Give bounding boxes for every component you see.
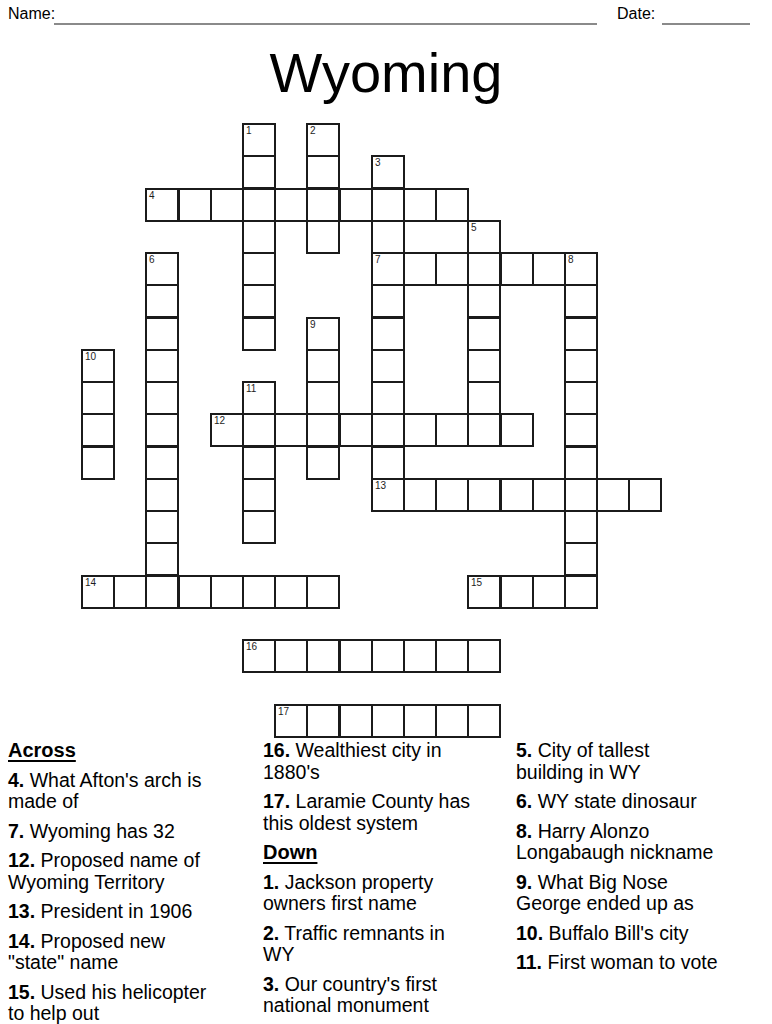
grid-cell[interactable]: 7 xyxy=(371,252,405,286)
grid-cell[interactable]: 8 xyxy=(564,252,598,286)
grid-cell[interactable] xyxy=(81,446,115,480)
clue-number: 4. xyxy=(8,769,24,791)
grid-cell[interactable] xyxy=(403,639,437,673)
grid-cell[interactable] xyxy=(145,349,179,383)
grid-cell[interactable]: 5 xyxy=(467,220,501,254)
clue-4-across: 4. What Afton's arch is made of xyxy=(8,770,246,813)
cell-number: 1 xyxy=(246,125,252,137)
grid-cell[interactable] xyxy=(564,381,598,415)
grid-cell[interactable] xyxy=(242,317,276,351)
grid-cell[interactable] xyxy=(274,413,308,447)
grid-cell[interactable] xyxy=(306,188,340,222)
clue-3-down: 3. Our country's first national monument xyxy=(263,974,505,1017)
grid-cell[interactable] xyxy=(371,381,405,415)
grid-cell[interactable] xyxy=(403,413,437,447)
clue-text: Proposed name of Wyoming Territory xyxy=(8,849,200,893)
clue-text: Jackson property owners first name xyxy=(263,871,433,915)
clue-text: Wealthiest city in 1880's xyxy=(263,739,441,783)
grid-cell[interactable] xyxy=(274,639,308,673)
clue-11-down: 11. First woman to vote xyxy=(516,952,764,974)
grid-cell[interactable]: 13 xyxy=(371,478,405,512)
grid-cell[interactable] xyxy=(306,639,340,673)
clue-2-down: 2. Traffic remnants in WY xyxy=(263,923,505,966)
grid-cell[interactable] xyxy=(242,252,276,286)
grid-cell[interactable] xyxy=(371,639,405,673)
cell-number: 12 xyxy=(214,415,225,427)
grid-cell[interactable] xyxy=(371,413,405,447)
cell-number: 4 xyxy=(149,190,155,202)
clue-text: What Afton's arch is made of xyxy=(8,769,201,813)
grid-cell[interactable] xyxy=(371,446,405,480)
grid-cell[interactable] xyxy=(81,413,115,447)
grid-cell[interactable] xyxy=(306,220,340,254)
clue-number: 15. xyxy=(8,981,35,1003)
grid-cell[interactable] xyxy=(532,478,566,512)
grid-cell[interactable]: 9 xyxy=(306,317,340,351)
clue-number: 12. xyxy=(8,849,35,871)
grid-cell[interactable] xyxy=(145,284,179,318)
grid-cell[interactable] xyxy=(564,575,598,609)
clue-text: First woman to vote xyxy=(547,951,717,973)
grid-cell[interactable] xyxy=(371,317,405,351)
grid-cell[interactable] xyxy=(500,252,534,286)
grid-cell[interactable] xyxy=(242,284,276,318)
clue-number: 6. xyxy=(516,790,532,812)
cell-number: 14 xyxy=(85,577,96,589)
grid-cell[interactable] xyxy=(532,252,566,286)
grid-cell[interactable] xyxy=(306,413,340,447)
grid-cell[interactable] xyxy=(371,220,405,254)
grid-cell[interactable] xyxy=(500,575,534,609)
grid-cell[interactable] xyxy=(339,413,373,447)
grid-cell[interactable] xyxy=(467,252,501,286)
clue-text: Laramie County has this oldest system xyxy=(263,790,470,834)
grid-cell[interactable] xyxy=(467,704,501,738)
grid-cell[interactable] xyxy=(306,575,340,609)
grid-cell[interactable] xyxy=(306,155,340,189)
grid-cell[interactable] xyxy=(339,188,373,222)
grid-cell[interactable] xyxy=(467,478,501,512)
clue-14-across: 14. Proposed new "state" name xyxy=(8,931,246,974)
grid-cell[interactable] xyxy=(306,381,340,415)
grid-cell[interactable] xyxy=(242,188,276,222)
grid-cell[interactable]: 1 xyxy=(242,123,276,157)
clue-17-across: 17. Laramie County has this oldest syste… xyxy=(263,791,505,834)
grid-cell[interactable] xyxy=(145,510,179,544)
clue-number: 9. xyxy=(516,871,532,893)
grid-cell[interactable] xyxy=(81,381,115,415)
grid-cell[interactable] xyxy=(532,575,566,609)
grid-cell[interactable] xyxy=(564,478,598,512)
grid-cell[interactable] xyxy=(435,478,469,512)
grid-cell[interactable] xyxy=(306,349,340,383)
clue-12-across: 12. Proposed name of Wyoming Territory xyxy=(8,850,246,893)
grid-cell[interactable] xyxy=(242,413,276,447)
grid-cell[interactable] xyxy=(210,575,244,609)
grid-cell[interactable] xyxy=(145,413,179,447)
clue-column-2: 16. Wealthiest city in 1880's17. Laramie… xyxy=(263,740,505,1024)
clue-text: City of tallest building in WY xyxy=(516,739,649,783)
grid-cell[interactable] xyxy=(564,413,598,447)
grid-cell[interactable] xyxy=(371,188,405,222)
clue-number: 10. xyxy=(516,922,543,944)
clue-heading-down: Down xyxy=(263,842,505,864)
grid-cell[interactable] xyxy=(467,413,501,447)
grid-cell[interactable] xyxy=(403,252,437,286)
clue-8-down: 8. Harry Alonzo Longabaugh nickname xyxy=(516,821,764,864)
clue-5-down: 5. City of tallest building in WY xyxy=(516,740,764,783)
grid-cell[interactable] xyxy=(467,639,501,673)
grid-cell[interactable] xyxy=(467,381,501,415)
grid-cell[interactable] xyxy=(435,188,469,222)
grid-cell[interactable] xyxy=(306,446,340,480)
grid-cell[interactable]: 14 xyxy=(81,575,115,609)
grid-cell[interactable]: 2 xyxy=(306,123,340,157)
grid-cell[interactable] xyxy=(178,575,212,609)
clue-heading-across: Across xyxy=(8,740,246,762)
grid-cell[interactable] xyxy=(564,284,598,318)
cell-number: 16 xyxy=(246,641,257,653)
grid-cell[interactable] xyxy=(403,704,437,738)
clue-text: Traffic remnants in WY xyxy=(263,922,445,966)
cell-number: 11 xyxy=(246,383,256,395)
clue-10-down: 10. Buffalo Bill's city xyxy=(516,923,764,945)
grid-cell[interactable] xyxy=(242,446,276,480)
clue-number: 2. xyxy=(263,922,279,944)
grid-cell[interactable] xyxy=(500,478,534,512)
crossword-grid: 1234567891011121314151617 xyxy=(0,0,772,772)
clue-number: 5. xyxy=(516,739,532,761)
clue-text: Our country's first national monument xyxy=(263,973,437,1017)
clue-number: 14. xyxy=(8,930,35,952)
cell-number: 13 xyxy=(375,480,386,492)
grid-cell[interactable] xyxy=(467,317,501,351)
clue-text: Wyoming has 32 xyxy=(30,820,175,842)
grid-cell[interactable] xyxy=(113,575,147,609)
grid-cell[interactable] xyxy=(242,220,276,254)
clue-number: 1. xyxy=(263,871,279,893)
clue-number: 16. xyxy=(263,739,290,761)
grid-cell[interactable] xyxy=(403,188,437,222)
clue-9-down: 9. What Big Nose George ended up as xyxy=(516,872,764,915)
clue-text: WY state dinosaur xyxy=(538,790,697,812)
grid-cell[interactable] xyxy=(596,478,630,512)
clue-number: 11. xyxy=(516,951,542,973)
grid-cell[interactable] xyxy=(145,381,179,415)
clue-number: 3. xyxy=(263,973,279,995)
cell-number: 7 xyxy=(375,254,381,266)
grid-cell[interactable] xyxy=(628,478,662,512)
clue-text: Harry Alonzo Longabaugh nickname xyxy=(516,820,713,864)
cell-number: 6 xyxy=(149,254,155,266)
grid-cell[interactable] xyxy=(242,155,276,189)
grid-cell[interactable] xyxy=(564,510,598,544)
grid-cell[interactable]: 6 xyxy=(145,252,179,286)
grid-cell[interactable] xyxy=(242,575,276,609)
cell-number: 15 xyxy=(471,577,482,589)
grid-cell[interactable]: 16 xyxy=(242,639,276,673)
clue-number: 17. xyxy=(263,790,290,812)
cell-number: 5 xyxy=(471,222,477,234)
grid-cell[interactable] xyxy=(306,704,340,738)
clue-7-across: 7. Wyoming has 32 xyxy=(8,821,246,843)
clue-6-down: 6. WY state dinosaur xyxy=(516,791,764,813)
grid-cell[interactable] xyxy=(339,704,373,738)
grid-cell[interactable] xyxy=(435,252,469,286)
grid-cell[interactable] xyxy=(435,413,469,447)
clue-text: President in 1906 xyxy=(41,900,193,922)
grid-cell[interactable] xyxy=(274,575,308,609)
grid-cell[interactable] xyxy=(242,510,276,544)
clue-column-3: 5. City of tallest building in WY6. WY s… xyxy=(516,740,764,982)
clue-text: What Big Nose George ended up as xyxy=(516,871,694,915)
grid-cell[interactable] xyxy=(564,317,598,351)
grid-cell[interactable] xyxy=(371,704,405,738)
clue-number: 7. xyxy=(8,820,24,842)
grid-cell[interactable]: 17 xyxy=(274,704,308,738)
grid-cell[interactable] xyxy=(145,575,179,609)
grid-cell[interactable] xyxy=(339,639,373,673)
grid-cell[interactable] xyxy=(145,542,179,576)
clue-text: Used his helicopter to help out xyxy=(8,981,206,1024)
clue-13-across: 13. President in 1906 xyxy=(8,901,246,923)
grid-cell[interactable]: 4 xyxy=(145,188,179,222)
grid-cell[interactable] xyxy=(467,284,501,318)
grid-cell[interactable] xyxy=(564,349,598,383)
grid-cell[interactable] xyxy=(500,413,534,447)
grid-cell[interactable] xyxy=(371,284,405,318)
grid-cell[interactable] xyxy=(178,188,212,222)
cell-number: 9 xyxy=(310,319,316,331)
cell-number: 8 xyxy=(568,254,574,266)
clue-1-down: 1. Jackson property owners first name xyxy=(263,872,505,915)
grid-cell[interactable] xyxy=(210,188,244,222)
clue-15-across: 15. Used his helicopter to help out xyxy=(8,982,246,1024)
grid-cell[interactable] xyxy=(274,188,308,222)
grid-cell[interactable] xyxy=(145,478,179,512)
cell-number: 3 xyxy=(375,157,381,169)
grid-cell[interactable] xyxy=(403,478,437,512)
grid-cell[interactable]: 10 xyxy=(81,349,115,383)
grid-cell[interactable]: 3 xyxy=(371,155,405,189)
clue-number: 13. xyxy=(8,900,35,922)
cell-number: 10 xyxy=(85,351,96,363)
grid-cell[interactable] xyxy=(564,446,598,480)
clue-16-across: 16. Wealthiest city in 1880's xyxy=(263,740,505,783)
grid-cell[interactable]: 15 xyxy=(467,575,501,609)
grid-cell[interactable] xyxy=(435,704,469,738)
cell-number: 2 xyxy=(310,125,316,137)
grid-cell[interactable]: 12 xyxy=(210,413,244,447)
grid-cell[interactable] xyxy=(467,349,501,383)
grid-cell[interactable] xyxy=(564,542,598,576)
clue-number: 8. xyxy=(516,820,532,842)
grid-cell[interactable] xyxy=(242,478,276,512)
clue-column-1: Across4. What Afton's arch is made of7. … xyxy=(8,740,246,1024)
cell-number: 17 xyxy=(278,706,289,718)
grid-cell[interactable] xyxy=(435,639,469,673)
grid-cell[interactable]: 11 xyxy=(242,381,276,415)
grid-cell[interactable] xyxy=(371,349,405,383)
clue-text: Buffalo Bill's city xyxy=(549,922,689,944)
grid-cell[interactable] xyxy=(145,446,179,480)
grid-cell[interactable] xyxy=(145,317,179,351)
